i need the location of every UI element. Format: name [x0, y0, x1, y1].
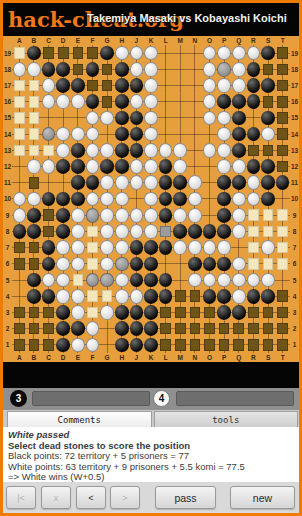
white-stone-S7[interactable] [261, 240, 275, 255]
intersection-J16[interactable] [129, 94, 144, 110]
black-stone-J17[interactable] [130, 78, 144, 93]
white-stone-G6[interactable] [100, 257, 114, 272]
intersection-S15[interactable] [261, 110, 276, 126]
intersection-K2[interactable] [144, 321, 159, 337]
intersection-H11[interactable] [114, 175, 129, 191]
white-stone-J16[interactable] [130, 94, 144, 109]
intersection-R14[interactable] [246, 126, 261, 142]
intersection-Q11[interactable] [231, 175, 246, 191]
white-stone-H4[interactable] [115, 289, 129, 304]
black-stone-R12[interactable] [247, 159, 261, 174]
intersection-O3[interactable] [202, 304, 217, 320]
intersection-Q4[interactable] [231, 288, 246, 304]
intersection-T4[interactable] [275, 288, 290, 304]
intersection-F15[interactable] [85, 110, 100, 126]
intersection-N13[interactable] [188, 142, 203, 158]
intersection-E1[interactable] [71, 337, 86, 353]
black-stone-S15[interactable] [261, 111, 275, 126]
intersection-D16[interactable] [56, 94, 71, 110]
white-stone-P17[interactable] [217, 78, 231, 93]
black-stone-Q13[interactable] [232, 143, 246, 158]
intersection-S9[interactable] [261, 207, 276, 223]
intersection-B10[interactable] [27, 191, 42, 207]
intersection-G12[interactable] [100, 158, 115, 174]
intersection-N1[interactable] [188, 337, 203, 353]
black-stone-D8[interactable] [56, 224, 70, 239]
intersection-C17[interactable] [41, 77, 56, 93]
intersection-E19[interactable] [71, 45, 86, 61]
intersection-K6[interactable] [144, 256, 159, 272]
intersection-E9[interactable] [71, 207, 86, 223]
black-stone-P10[interactable] [217, 192, 231, 207]
intersection-L9[interactable] [158, 207, 173, 223]
black-stone-H1[interactable] [115, 338, 129, 353]
intersection-H7[interactable] [114, 240, 129, 256]
black-stone-N6[interactable] [188, 257, 202, 272]
white-stone-D16[interactable] [56, 94, 70, 109]
black-stone-P4[interactable] [217, 289, 231, 304]
intersection-A15[interactable] [12, 110, 27, 126]
intersection-K1[interactable] [144, 337, 159, 353]
black-stone-E10[interactable] [71, 192, 85, 207]
intersection-A7[interactable] [12, 240, 27, 256]
black-stone-H12[interactable] [115, 159, 129, 174]
white-stone-E6[interactable] [71, 257, 85, 272]
intersection-S12[interactable] [261, 158, 276, 174]
intersection-P10[interactable] [217, 191, 232, 207]
white-stone-N11[interactable] [188, 175, 202, 190]
intersection-P6[interactable] [217, 256, 232, 272]
intersection-F13[interactable] [85, 142, 100, 158]
intersection-T12[interactable] [275, 158, 290, 174]
intersection-L5[interactable] [158, 272, 173, 288]
white-stone-Q5[interactable] [232, 273, 246, 288]
intersection-A8[interactable] [12, 223, 27, 239]
intersection-A6[interactable] [12, 256, 27, 272]
intersection-M12[interactable] [173, 158, 188, 174]
intersection-B5[interactable] [27, 272, 42, 288]
intersection-R2[interactable] [246, 321, 261, 337]
intersection-G9[interactable] [100, 207, 115, 223]
black-stone-B9[interactable] [27, 208, 41, 223]
intersection-J3[interactable] [129, 304, 144, 320]
intersection-T13[interactable] [275, 142, 290, 158]
white-stone-Q17[interactable] [232, 78, 246, 93]
intersection-D13[interactable] [56, 142, 71, 158]
intersection-B3[interactable] [27, 304, 42, 320]
intersection-G7[interactable] [100, 240, 115, 256]
black-stone-P9[interactable] [217, 208, 231, 223]
intersection-C3[interactable] [41, 304, 56, 320]
intersection-Q19[interactable] [231, 45, 246, 61]
intersection-E17[interactable] [71, 77, 86, 93]
intersection-S8[interactable] [261, 223, 276, 239]
white-stone-F13[interactable] [86, 143, 100, 158]
intersection-D14[interactable] [56, 126, 71, 142]
intersection-R10[interactable] [246, 191, 261, 207]
intersection-J4[interactable] [129, 288, 144, 304]
intersection-K11[interactable] [144, 175, 159, 191]
intersection-B6[interactable] [27, 256, 42, 272]
intersection-J18[interactable] [129, 61, 144, 77]
intersection-P5[interactable] [217, 272, 232, 288]
intersection-D6[interactable] [56, 256, 71, 272]
intersection-P15[interactable] [217, 110, 232, 126]
black-stone-D3[interactable] [56, 305, 70, 320]
intersection-H14[interactable] [114, 126, 129, 142]
intersection-D10[interactable] [56, 191, 71, 207]
white-stone-K11[interactable] [144, 175, 158, 190]
intersection-T18[interactable] [275, 61, 290, 77]
intersection-P4[interactable] [217, 288, 232, 304]
white-stone-J8[interactable] [130, 224, 144, 239]
white-stone-K18[interactable] [144, 62, 158, 77]
intersection-Q13[interactable] [231, 142, 246, 158]
intersection-J14[interactable] [129, 126, 144, 142]
white-stone-J12[interactable] [130, 159, 144, 174]
intersection-J15[interactable] [129, 110, 144, 126]
new-game-button[interactable]: new [230, 486, 295, 509]
black-stone-H13[interactable] [115, 143, 129, 158]
white-stone-E16[interactable] [71, 94, 85, 109]
intersection-G18[interactable] [100, 61, 115, 77]
intersection-M15[interactable] [173, 110, 188, 126]
intersection-D5[interactable] [56, 272, 71, 288]
intersection-H16[interactable] [114, 94, 129, 110]
intersection-E5[interactable] [71, 272, 86, 288]
intersection-O11[interactable] [202, 175, 217, 191]
intersection-Q9[interactable] [231, 207, 246, 223]
white-stone-Q19[interactable] [232, 46, 246, 61]
intersection-M18[interactable] [173, 61, 188, 77]
intersection-H6[interactable] [114, 256, 129, 272]
intersection-K3[interactable] [144, 304, 159, 320]
intersection-L7[interactable] [158, 240, 173, 256]
black-stone-E2[interactable] [71, 321, 85, 336]
intersection-S3[interactable] [261, 304, 276, 320]
intersection-R11[interactable] [246, 175, 261, 191]
black-stone-K1[interactable] [144, 338, 158, 353]
white-stone-Q6[interactable] [232, 257, 246, 272]
white-stone-K15[interactable] [144, 111, 158, 126]
intersection-T14[interactable] [275, 126, 290, 142]
pass-button[interactable]: pass [155, 486, 216, 509]
intersection-F9[interactable] [85, 207, 100, 223]
intersection-Q2[interactable] [231, 321, 246, 337]
intersection-N2[interactable] [188, 321, 203, 337]
black-stone-P6[interactable] [217, 257, 231, 272]
intersection-P2[interactable] [217, 321, 232, 337]
white-stone-J18[interactable] [130, 62, 144, 77]
intersection-C16[interactable] [41, 94, 56, 110]
intersection-D15[interactable] [56, 110, 71, 126]
intersection-P8[interactable] [217, 223, 232, 239]
intersection-G16[interactable] [100, 94, 115, 110]
intersection-A5[interactable] [12, 272, 27, 288]
intersection-R9[interactable] [246, 207, 261, 223]
black-stone-H15[interactable] [115, 111, 129, 126]
intersection-Q18[interactable] [231, 61, 246, 77]
intersection-E16[interactable] [71, 94, 86, 110]
intersection-Q5[interactable] [231, 272, 246, 288]
intersection-G10[interactable] [100, 191, 115, 207]
intersection-H1[interactable] [114, 337, 129, 353]
intersection-R8[interactable] [246, 223, 261, 239]
intersection-J6[interactable] [129, 256, 144, 272]
intersection-K7[interactable] [144, 240, 159, 256]
intersection-T7[interactable] [275, 240, 290, 256]
intersection-Q6[interactable] [231, 256, 246, 272]
black-stone-G12[interactable] [100, 159, 114, 174]
intersection-C12[interactable] [41, 158, 56, 174]
intersection-F4[interactable] [85, 288, 100, 304]
intersection-K19[interactable] [144, 45, 159, 61]
white-stone-K17[interactable] [144, 78, 158, 93]
intersection-R4[interactable] [246, 288, 261, 304]
intersection-D17[interactable] [56, 77, 71, 93]
black-stone-K4[interactable] [144, 289, 158, 304]
intersection-H13[interactable] [114, 142, 129, 158]
intersection-S2[interactable] [261, 321, 276, 337]
intersection-P19[interactable] [217, 45, 232, 61]
white-stone-O7[interactable] [203, 240, 217, 255]
intersection-J17[interactable] [129, 77, 144, 93]
black-stone-K5[interactable] [144, 273, 158, 288]
intersection-O15[interactable] [202, 110, 217, 126]
intersection-A18[interactable] [12, 61, 27, 77]
intersection-T10[interactable] [275, 191, 290, 207]
intersection-L4[interactable] [158, 288, 173, 304]
intersection-R1[interactable] [246, 337, 261, 353]
white-stone-G13[interactable] [100, 143, 114, 158]
white-stone-H10[interactable] [115, 192, 129, 207]
intersection-F16[interactable] [85, 94, 100, 110]
black-stone-B5[interactable] [27, 273, 41, 288]
white-stone-E8[interactable] [71, 224, 85, 239]
intersection-T17[interactable] [275, 77, 290, 93]
intersection-O2[interactable] [202, 321, 217, 337]
intersection-L13[interactable] [158, 142, 173, 158]
intersection-J19[interactable] [129, 45, 144, 61]
intersection-H17[interactable] [114, 77, 129, 93]
black-stone-Q16[interactable] [232, 94, 246, 109]
black-stone-D2[interactable] [56, 321, 70, 336]
black-stone-C18[interactable] [42, 62, 56, 77]
intersection-P3[interactable] [217, 304, 232, 320]
intersection-S6[interactable] [261, 256, 276, 272]
black-stone-D17[interactable] [56, 78, 70, 93]
intersection-M17[interactable] [173, 77, 188, 93]
intersection-R18[interactable] [246, 61, 261, 77]
intersection-O1[interactable] [202, 337, 217, 353]
intersection-O8[interactable] [202, 223, 217, 239]
intersection-R6[interactable] [246, 256, 261, 272]
black-stone-P3[interactable] [217, 305, 231, 320]
intersection-L18[interactable] [158, 61, 173, 77]
intersection-O13[interactable] [202, 142, 217, 158]
intersection-N10[interactable] [188, 191, 203, 207]
intersection-O5[interactable] [202, 272, 217, 288]
intersection-T6[interactable] [275, 256, 290, 272]
white-stone-K10[interactable] [144, 192, 158, 207]
white-stone-M7[interactable] [173, 240, 187, 255]
intersection-P9[interactable] [217, 207, 232, 223]
intersection-L17[interactable] [158, 77, 173, 93]
black-stone-P11[interactable] [217, 175, 231, 190]
intersection-M4[interactable] [173, 288, 188, 304]
tab-comments[interactable]: Comments [7, 411, 152, 427]
white-stone-O17[interactable] [203, 78, 217, 93]
white-stone-D6[interactable] [56, 257, 70, 272]
intersection-M14[interactable] [173, 126, 188, 142]
intersection-C5[interactable] [41, 272, 56, 288]
white-stone-E7[interactable] [71, 240, 85, 255]
intersection-Q17[interactable] [231, 77, 246, 93]
intersection-B7[interactable] [27, 240, 42, 256]
intersection-L6[interactable] [158, 256, 173, 272]
intersection-C1[interactable] [41, 337, 56, 353]
intersection-N17[interactable] [188, 77, 203, 93]
white-stone-G7[interactable] [100, 240, 114, 255]
white-stone-J4[interactable] [130, 289, 144, 304]
intersection-H3[interactable] [114, 304, 129, 320]
intersection-H5[interactable] [114, 272, 129, 288]
intersection-T1[interactable] [275, 337, 290, 353]
black-stone-E13[interactable] [71, 143, 85, 158]
intersection-A1[interactable] [12, 337, 27, 353]
black-stone-K6[interactable] [144, 257, 158, 272]
intersection-B19[interactable] [27, 45, 42, 61]
white-stone-P13[interactable] [217, 143, 231, 158]
black-stone-P16[interactable] [217, 94, 231, 109]
white-stone-E3[interactable] [71, 305, 85, 320]
intersection-J5[interactable] [129, 272, 144, 288]
intersection-E4[interactable] [71, 288, 86, 304]
black-stone-N8[interactable] [188, 224, 202, 239]
intersection-K12[interactable] [144, 158, 159, 174]
white-stone-N10[interactable] [188, 192, 202, 207]
intersection-T5[interactable] [275, 272, 290, 288]
intersection-M2[interactable] [173, 321, 188, 337]
intersection-H2[interactable] [114, 321, 129, 337]
intersection-R5[interactable] [246, 272, 261, 288]
intersection-N12[interactable] [188, 158, 203, 174]
intersection-P11[interactable] [217, 175, 232, 191]
black-stone-E11[interactable] [71, 175, 85, 190]
intersection-Q16[interactable] [231, 94, 246, 110]
intersection-B17[interactable] [27, 77, 42, 93]
intersection-M3[interactable] [173, 304, 188, 320]
white-stone-H11[interactable] [115, 175, 129, 190]
intersection-H4[interactable] [114, 288, 129, 304]
white-stone-S5[interactable] [261, 273, 275, 288]
white-stone-B10[interactable] [27, 192, 41, 207]
intersection-M1[interactable] [173, 337, 188, 353]
intersection-C8[interactable] [41, 223, 56, 239]
intersection-M5[interactable] [173, 272, 188, 288]
intersection-F8[interactable] [85, 223, 100, 239]
intersection-A2[interactable] [12, 321, 27, 337]
intersection-K17[interactable] [144, 77, 159, 93]
white-stone-H7[interactable] [115, 240, 129, 255]
intersection-E14[interactable] [71, 126, 86, 142]
intersection-Q14[interactable] [231, 126, 246, 142]
intersection-K14[interactable] [144, 126, 159, 142]
intersection-K8[interactable] [144, 223, 159, 239]
intersection-S1[interactable] [261, 337, 276, 353]
intersection-G6[interactable] [100, 256, 115, 272]
intersection-B14[interactable] [27, 126, 42, 142]
next-move-button[interactable]: > [110, 486, 140, 509]
intersection-D3[interactable] [56, 304, 71, 320]
intersection-O6[interactable] [202, 256, 217, 272]
dead-stone-P18[interactable] [217, 62, 231, 77]
black-stone-O8[interactable] [203, 224, 217, 239]
intersection-B2[interactable] [27, 321, 42, 337]
intersection-T9[interactable] [275, 207, 290, 223]
intersection-R12[interactable] [246, 158, 261, 174]
intersection-P16[interactable] [217, 94, 232, 110]
intersection-F10[interactable] [85, 191, 100, 207]
intersection-F19[interactable] [85, 45, 100, 61]
intersection-S17[interactable] [261, 77, 276, 93]
intersection-Q15[interactable] [231, 110, 246, 126]
black-stone-H3[interactable] [115, 305, 129, 320]
intersection-O18[interactable] [202, 61, 217, 77]
intersection-J11[interactable] [129, 175, 144, 191]
black-stone-S17[interactable] [261, 78, 275, 93]
intersection-A4[interactable] [12, 288, 27, 304]
intersection-E18[interactable] [71, 61, 86, 77]
black-stone-C4[interactable] [42, 289, 56, 304]
intersection-O10[interactable] [202, 191, 217, 207]
intersection-K10[interactable] [144, 191, 159, 207]
white-stone-E14[interactable] [71, 127, 85, 142]
intersection-D19[interactable] [56, 45, 71, 61]
white-stone-K12[interactable] [144, 159, 158, 174]
white-stone-Q10[interactable] [232, 192, 246, 207]
intersection-J1[interactable] [129, 337, 144, 353]
intersection-N3[interactable] [188, 304, 203, 320]
intersection-M8[interactable] [173, 223, 188, 239]
intersection-E12[interactable] [71, 158, 86, 174]
black-stone-F18[interactable] [86, 62, 100, 77]
intersection-G3[interactable] [100, 304, 115, 320]
white-stone-J11[interactable] [130, 175, 144, 190]
black-stone-J7[interactable] [130, 240, 144, 255]
intersection-Q8[interactable] [231, 223, 246, 239]
white-stone-M12[interactable] [173, 159, 187, 174]
intersection-N6[interactable] [188, 256, 203, 272]
black-stone-R18[interactable] [247, 62, 261, 77]
intersection-K15[interactable] [144, 110, 159, 126]
intersection-F1[interactable] [85, 337, 100, 353]
intersection-C11[interactable] [41, 175, 56, 191]
white-stone-M9[interactable] [173, 208, 187, 223]
intersection-A9[interactable] [12, 207, 27, 223]
intersection-P14[interactable] [217, 126, 232, 142]
dead-stone-F9[interactable] [86, 208, 100, 223]
intersection-E7[interactable] [71, 240, 86, 256]
white-stone-M13[interactable] [173, 143, 187, 158]
intersection-A14[interactable] [12, 126, 27, 142]
black-stone-S4[interactable] [261, 289, 275, 304]
white-stone-G3[interactable] [100, 305, 114, 320]
intersection-Q1[interactable] [231, 337, 246, 353]
white-stone-D13[interactable] [56, 143, 70, 158]
black-stone-R16[interactable] [247, 94, 261, 109]
intersection-C15[interactable] [41, 110, 56, 126]
